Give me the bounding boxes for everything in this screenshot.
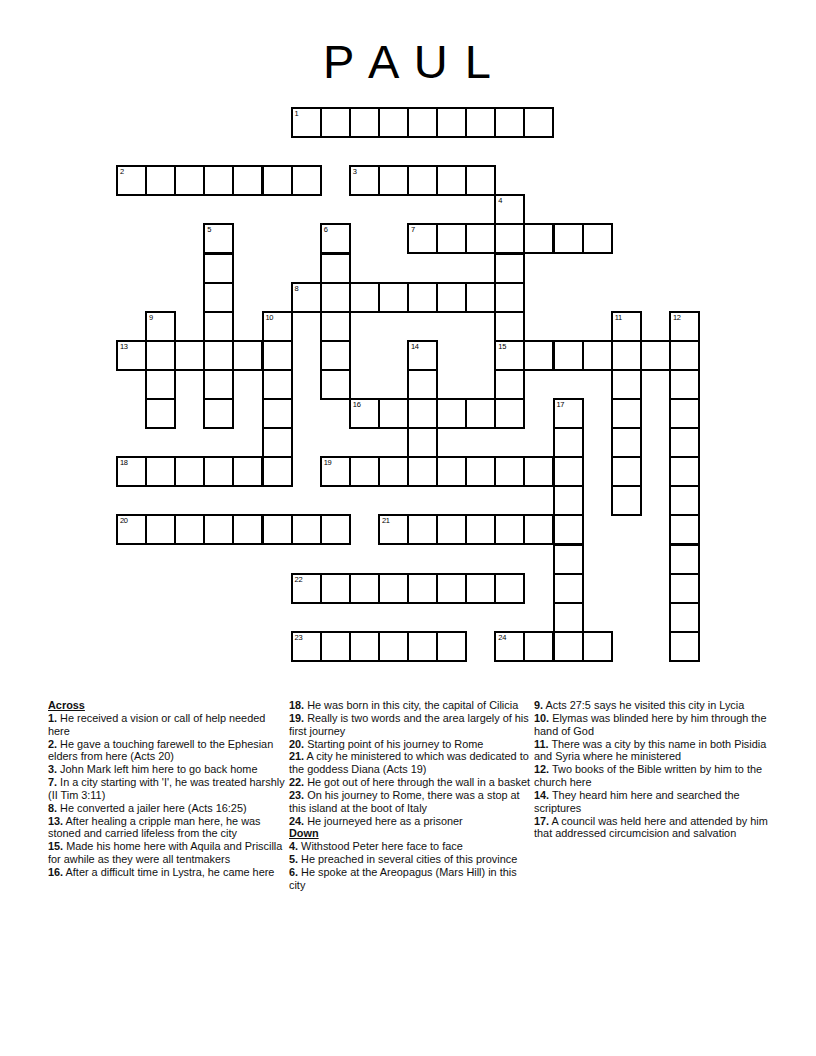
clue-number-label: 11.: [534, 738, 549, 750]
clue-item-across-15: 15. Made his home here with Aquila and P…: [48, 840, 286, 866]
grid-cell-r14c14[interactable]: [523, 514, 554, 545]
clue-item-across-24: 24. He journeyed here as a prisoner: [289, 815, 530, 828]
grid-cell-r10c17[interactable]: [611, 398, 642, 429]
grid-cell-r18c19[interactable]: [669, 631, 700, 662]
grid-cell-r14c6[interactable]: [291, 514, 322, 545]
grid-cell-r6c7[interactable]: [320, 282, 351, 313]
clue-item-down-11: 11. There was a city by this name in bot…: [534, 738, 777, 764]
grid-cell-r7c19[interactable]: 12: [669, 311, 700, 342]
grid-cell-r12c2[interactable]: [174, 456, 205, 487]
grid-cell-r14c3[interactable]: [203, 514, 234, 545]
clue-number-8: 8: [295, 284, 299, 293]
grid-cell-r7c1[interactable]: 9: [145, 311, 176, 342]
grid-cell-r4c7[interactable]: 6: [320, 223, 351, 254]
grid-cell-r2c6[interactable]: [291, 165, 322, 196]
clue-number-label: 9.: [534, 699, 543, 711]
grid-cell-r9c3[interactable]: [203, 369, 234, 400]
clue-number-16: 16: [353, 400, 361, 409]
clue-number-14: 14: [411, 342, 419, 351]
grid-cell-r12c12[interactable]: [465, 456, 496, 487]
clue-item-across-1: 1. He received a vision or call of help …: [48, 712, 286, 738]
grid-cell-r4c16[interactable]: [582, 223, 613, 254]
grid-cell-r2c8[interactable]: 3: [349, 165, 380, 196]
grid-cell-r0c13[interactable]: [494, 107, 525, 138]
grid-cell-r6c10[interactable]: [407, 282, 438, 313]
grid-cell-r17c15[interactable]: [553, 602, 584, 633]
grid-cell-r8c17[interactable]: [611, 340, 642, 371]
grid-cell-r15c15[interactable]: [553, 544, 584, 575]
clue-item-down-5: 5. He preached in several cities of this…: [289, 853, 530, 866]
grid-cell-r6c3[interactable]: [203, 282, 234, 313]
clue-number-5: 5: [207, 225, 211, 234]
grid-cell-r14c7[interactable]: [320, 514, 351, 545]
grid-cell-r4c10[interactable]: 7: [407, 223, 438, 254]
grid-cell-r18c7[interactable]: [320, 631, 351, 662]
grid-cell-r7c17[interactable]: 11: [611, 311, 642, 342]
grid-cell-r12c11[interactable]: [436, 456, 467, 487]
grid-cell-r11c5[interactable]: [262, 427, 293, 458]
clue-number-label: 23.: [289, 789, 304, 801]
grid-cell-r10c19[interactable]: [669, 398, 700, 429]
grid-cell-r12c3[interactable]: [203, 456, 234, 487]
crossword-page: P A U L 12345678910111213141516171819202…: [0, 0, 816, 1056]
grid-cell-r4c11[interactable]: [436, 223, 467, 254]
grid-cell-r8c3[interactable]: [203, 340, 234, 371]
grid-cell-r10c13[interactable]: [494, 398, 525, 429]
clue-number-label: 5.: [289, 853, 298, 865]
grid-cell-r10c10[interactable]: [407, 398, 438, 429]
grid-cell-r8c0[interactable]: 13: [116, 340, 147, 371]
grid-cell-r10c12[interactable]: [465, 398, 496, 429]
grid-cell-r18c8[interactable]: [349, 631, 380, 662]
clue-number-label: 4.: [289, 840, 298, 852]
clue-number-label: 12.: [534, 763, 549, 775]
clue-column-left: Across1. He received a vision or call of…: [48, 699, 286, 879]
clue-number-label: 13.: [48, 815, 63, 827]
grid-cell-r3c13[interactable]: 4: [494, 194, 525, 225]
clue-item-across-8: 8. He converted a jailer here (Acts 16:2…: [48, 802, 286, 815]
clue-number-18: 18: [120, 458, 128, 467]
grid-cell-r6c8[interactable]: [349, 282, 380, 313]
grid-cell-r18c15[interactable]: [553, 631, 584, 662]
grid-cell-r12c7[interactable]: 19: [320, 456, 351, 487]
grid-cell-r11c10[interactable]: [407, 427, 438, 458]
grid-cell-r8c19[interactable]: [669, 340, 700, 371]
grid-cell-r0c10[interactable]: [407, 107, 438, 138]
grid-cell-r7c7[interactable]: [320, 311, 351, 342]
grid-cell-r10c9[interactable]: [378, 398, 409, 429]
grid-cell-r12c0[interactable]: 18: [116, 456, 147, 487]
grid-cell-r10c11[interactable]: [436, 398, 467, 429]
clue-item-across-23: 23. On his journey to Rome, there was a …: [289, 789, 530, 815]
grid-cell-r4c15[interactable]: [553, 223, 584, 254]
grid-cell-r6c11[interactable]: [436, 282, 467, 313]
grid-cell-r4c14[interactable]: [523, 223, 554, 254]
grid-cell-r13c17[interactable]: [611, 485, 642, 516]
grid-cell-r7c5[interactable]: 10: [262, 311, 293, 342]
grid-cell-r12c9[interactable]: [378, 456, 409, 487]
grid-cell-r14c0[interactable]: 20: [116, 514, 147, 545]
grid-cell-r0c12[interactable]: [465, 107, 496, 138]
grid-cell-r12c13[interactable]: [494, 456, 525, 487]
clue-item-down-4: 4. Withstood Peter here face to face: [289, 840, 530, 853]
clue-number-label: 14.: [534, 789, 549, 801]
clue-item-across-18: 18. He was born in this city, the capita…: [289, 699, 530, 712]
grid-cell-r16c13[interactable]: [494, 573, 525, 604]
grid-cell-r14c12[interactable]: [465, 514, 496, 545]
grid-cell-r6c9[interactable]: [378, 282, 409, 313]
grid-cell-r9c5[interactable]: [262, 369, 293, 400]
grid-cell-r2c4[interactable]: [232, 165, 263, 196]
puzzle-title: P A U L: [0, 34, 816, 89]
clue-number-7: 7: [411, 225, 415, 234]
grid-cell-r2c5[interactable]: [262, 165, 293, 196]
clue-item-down-17: 17. A council was held here and attended…: [534, 815, 777, 841]
grid-cell-r16c19[interactable]: [669, 573, 700, 604]
grid-cell-r2c12[interactable]: [465, 165, 496, 196]
grid-cell-r9c1[interactable]: [145, 369, 176, 400]
clue-number-10: 10: [266, 313, 274, 322]
clue-item-down-6: 6. He spoke at the Areopagus (Mars Hill)…: [289, 866, 530, 892]
grid-cell-r14c1[interactable]: [145, 514, 176, 545]
clue-number-label: 6.: [289, 866, 298, 878]
grid-cell-r9c7[interactable]: [320, 369, 351, 400]
clue-item-across-3: 3. John Mark left him here to go back ho…: [48, 763, 286, 776]
clue-item-down-12: 12. Two books of the Bible written by hi…: [534, 763, 777, 789]
grid-cell-r4c13[interactable]: [494, 223, 525, 254]
grid-cell-r9c17[interactable]: [611, 369, 642, 400]
clue-number-3: 3: [353, 167, 357, 176]
grid-cell-r14c11[interactable]: [436, 514, 467, 545]
clue-number-label: 8.: [48, 802, 57, 814]
grid-cell-r16c9[interactable]: [378, 573, 409, 604]
grid-cell-r5c3[interactable]: [203, 253, 234, 284]
clue-number-9: 9: [149, 313, 153, 322]
grid-cell-r12c19[interactable]: [669, 456, 700, 487]
grid-cell-r18c9[interactable]: [378, 631, 409, 662]
grid-cell-r16c8[interactable]: [349, 573, 380, 604]
clue-number-label: 21.: [289, 750, 304, 762]
grid-cell-r8c5[interactable]: [262, 340, 293, 371]
grid-cell-r9c19[interactable]: [669, 369, 700, 400]
grid-cell-r12c14[interactable]: [523, 456, 554, 487]
clue-number-24: 24: [498, 633, 506, 642]
clue-number-6: 6: [324, 225, 328, 234]
clue-item-down-10: 10. Elymas was blinded here by him throu…: [534, 712, 777, 738]
grid-cell-r18c13[interactable]: 24: [494, 631, 525, 662]
grid-cell-r16c10[interactable]: [407, 573, 438, 604]
grid-cell-r5c13[interactable]: [494, 253, 525, 284]
grid-cell-r2c3[interactable]: [203, 165, 234, 196]
clue-number-label: 17.: [534, 815, 549, 827]
grid-cell-r2c9[interactable]: [378, 165, 409, 196]
clue-number-19: 19: [324, 458, 332, 467]
grid-cell-r18c16[interactable]: [582, 631, 613, 662]
clue-column-right: 9. Acts 27:5 says he visited this city i…: [534, 699, 777, 840]
clue-number-20: 20: [120, 516, 128, 525]
grid-cell-r6c12[interactable]: [465, 282, 496, 313]
grid-cell-r12c5[interactable]: [262, 456, 293, 487]
grid-cell-r8c16[interactable]: [582, 340, 613, 371]
grid-cell-r8c7[interactable]: [320, 340, 351, 371]
grid-cell-r14c2[interactable]: [174, 514, 205, 545]
grid-cell-r12c10[interactable]: [407, 456, 438, 487]
grid-cell-r0c9[interactable]: [378, 107, 409, 138]
grid-cell-r7c13[interactable]: [494, 311, 525, 342]
grid-cell-r8c2[interactable]: [174, 340, 205, 371]
grid-cell-r8c15[interactable]: [553, 340, 584, 371]
grid-cell-r14c4[interactable]: [232, 514, 263, 545]
clue-item-across-13: 13. After healing a cripple man here, he…: [48, 815, 286, 841]
clue-section-header-down: Down: [289, 827, 530, 840]
grid-cell-r14c19[interactable]: [669, 514, 700, 545]
grid-cell-r2c1[interactable]: [145, 165, 176, 196]
clue-number-15: 15: [498, 342, 506, 351]
crossword-grid: 123456789101112131415161718192021222324: [117, 108, 700, 662]
clue-number-13: 13: [120, 342, 128, 351]
clue-number-label: 22.: [289, 776, 304, 788]
grid-cell-r11c17[interactable]: [611, 427, 642, 458]
grid-cell-r16c15[interactable]: [553, 573, 584, 604]
clue-number-label: 24.: [289, 815, 304, 827]
clue-number-22: 22: [295, 575, 303, 584]
grid-cell-r0c7[interactable]: [320, 107, 351, 138]
grid-cell-r10c8[interactable]: 16: [349, 398, 380, 429]
grid-cell-r10c1[interactable]: [145, 398, 176, 429]
clue-item-across-22: 22. He got out of here through the wall …: [289, 776, 530, 789]
grid-cell-r15c19[interactable]: [669, 544, 700, 575]
grid-cell-r13c19[interactable]: [669, 485, 700, 516]
grid-cell-r11c15[interactable]: [553, 427, 584, 458]
clue-item-across-19: 19. Really is two words and the area lar…: [289, 712, 530, 738]
clue-number-2: 2: [120, 167, 124, 176]
grid-cell-r10c3[interactable]: [203, 398, 234, 429]
grid-cell-r16c7[interactable]: [320, 573, 351, 604]
clue-number-21: 21: [382, 516, 390, 525]
clue-number-label: 16.: [48, 866, 63, 878]
clue-section-header-across: Across: [48, 699, 286, 712]
grid-cell-r2c0[interactable]: 2: [116, 165, 147, 196]
grid-cell-r8c1[interactable]: [145, 340, 176, 371]
grid-cell-r12c15[interactable]: [553, 456, 584, 487]
clue-item-across-21: 21. A city he ministered to which was de…: [289, 750, 530, 776]
grid-cell-r6c13[interactable]: [494, 282, 525, 313]
grid-cell-r8c14[interactable]: [523, 340, 554, 371]
grid-cell-r2c2[interactable]: [174, 165, 205, 196]
grid-cell-r17c19[interactable]: [669, 602, 700, 633]
clue-number-label: 2.: [48, 738, 57, 750]
clue-number-label: 7.: [48, 776, 57, 788]
grid-cell-r9c10[interactable]: [407, 369, 438, 400]
grid-cell-r8c18[interactable]: [640, 340, 671, 371]
clue-item-down-14: 14. They heard him here and searched the…: [534, 789, 777, 815]
grid-cell-r0c14[interactable]: [523, 107, 554, 138]
grid-cell-r9c13[interactable]: [494, 369, 525, 400]
grid-cell-r18c10[interactable]: [407, 631, 438, 662]
grid-cell-r14c15[interactable]: [553, 514, 584, 545]
clue-number-label: 20.: [289, 738, 304, 750]
clue-column-middle: 18. He was born in this city, the capita…: [289, 699, 530, 892]
clue-number-1: 1: [295, 109, 299, 118]
grid-cell-r8c10[interactable]: 14: [407, 340, 438, 371]
grid-cell-r14c9[interactable]: 21: [378, 514, 409, 545]
grid-cell-r4c12[interactable]: [465, 223, 496, 254]
grid-cell-r12c4[interactable]: [232, 456, 263, 487]
clue-number-label: 15.: [48, 840, 63, 852]
grid-cell-r16c6[interactable]: 22: [291, 573, 322, 604]
grid-cell-r5c7[interactable]: [320, 253, 351, 284]
grid-cell-r16c12[interactable]: [465, 573, 496, 604]
grid-cell-r18c14[interactable]: [523, 631, 554, 662]
grid-cell-r16c11[interactable]: [436, 573, 467, 604]
clue-number-23: 23: [295, 633, 303, 642]
grid-cell-r10c5[interactable]: [262, 398, 293, 429]
clue-item-down-9: 9. Acts 27:5 says he visited this city i…: [534, 699, 777, 712]
clue-number-12: 12: [673, 313, 681, 322]
clue-number-4: 4: [498, 196, 502, 205]
grid-cell-r12c17[interactable]: [611, 456, 642, 487]
clue-number-label: 19.: [289, 712, 304, 724]
grid-cell-r8c4[interactable]: [232, 340, 263, 371]
grid-cell-r18c11[interactable]: [436, 631, 467, 662]
clue-item-across-7: 7. In a city starting with 'I', he was t…: [48, 776, 286, 802]
clue-number-label: 10.: [534, 712, 549, 724]
clue-number-11: 11: [615, 313, 622, 322]
grid-cell-r11c19[interactable]: [669, 427, 700, 458]
grid-cell-r12c1[interactable]: [145, 456, 176, 487]
grid-cell-r0c8[interactable]: [349, 107, 380, 138]
clue-item-across-16: 16. After a difficult time in Lystra, he…: [48, 866, 286, 879]
grid-cell-r18c6[interactable]: 23: [291, 631, 322, 662]
grid-cell-r6c6[interactable]: 8: [291, 282, 322, 313]
clue-number-label: 18.: [289, 699, 304, 711]
grid-cell-r14c13[interactable]: [494, 514, 525, 545]
grid-cell-r2c10[interactable]: [407, 165, 438, 196]
grid-cell-r13c15[interactable]: [553, 485, 584, 516]
grid-cell-r10c15[interactable]: 17: [553, 398, 584, 429]
clue-item-across-20: 20. Starting point of his journey to Rom…: [289, 738, 530, 751]
grid-cell-r0c11[interactable]: [436, 107, 467, 138]
grid-cell-r14c5[interactable]: [262, 514, 293, 545]
grid-cell-r14c10[interactable]: [407, 514, 438, 545]
clue-number-label: 3.: [48, 763, 57, 775]
grid-cell-r0c6[interactable]: 1: [291, 107, 322, 138]
grid-cell-r12c8[interactable]: [349, 456, 380, 487]
grid-cell-r7c3[interactable]: [203, 311, 234, 342]
grid-cell-r8c13[interactable]: 15: [494, 340, 525, 371]
clue-item-across-2: 2. He gave a touching farewell to the Ep…: [48, 738, 286, 764]
grid-cell-r4c3[interactable]: 5: [203, 223, 234, 254]
clue-number-17: 17: [557, 400, 565, 409]
grid-cell-r2c11[interactable]: [436, 165, 467, 196]
clue-number-label: 1.: [48, 712, 57, 724]
